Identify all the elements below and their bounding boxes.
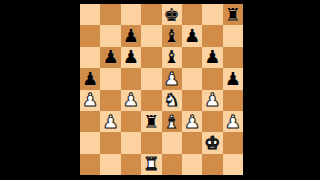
letterbox-right <box>243 0 320 180</box>
square-f8[interactable] <box>182 4 202 25</box>
square-e3[interactable]: ♝ <box>162 111 182 132</box>
square-d8[interactable] <box>141 4 161 25</box>
square-d7[interactable] <box>141 25 161 46</box>
square-e5[interactable]: ♟ <box>162 68 182 89</box>
square-e2[interactable] <box>162 132 182 153</box>
square-c6[interactable]: ♟ <box>121 47 141 68</box>
black-pawn-g6[interactable]: ♟ <box>204 48 220 66</box>
square-f4[interactable] <box>182 90 202 111</box>
square-e8[interactable]: ♚ <box>162 4 182 25</box>
square-d5[interactable] <box>141 68 161 89</box>
square-b7[interactable] <box>100 25 120 46</box>
square-a1[interactable] <box>80 154 100 175</box>
square-c7[interactable]: ♟ <box>121 25 141 46</box>
square-b1[interactable] <box>100 154 120 175</box>
square-c5[interactable] <box>121 68 141 89</box>
square-d6[interactable] <box>141 47 161 68</box>
black-pawn-b6[interactable]: ♟ <box>102 48 118 66</box>
white-pawn-c4[interactable]: ♟ <box>123 91 139 109</box>
square-h7[interactable] <box>223 25 243 46</box>
square-d1[interactable]: ♜ <box>141 154 161 175</box>
white-pawn-h3[interactable]: ♟ <box>225 112 241 130</box>
square-e1[interactable] <box>162 154 182 175</box>
black-pawn-c7[interactable]: ♟ <box>123 27 139 45</box>
black-pawn-c6[interactable]: ♟ <box>123 48 139 66</box>
white-pawn-f3[interactable]: ♟ <box>184 112 200 130</box>
letterbox-left <box>0 0 80 180</box>
square-f3[interactable]: ♟ <box>182 111 202 132</box>
square-e6[interactable]: ♝ <box>162 47 182 68</box>
square-c4[interactable]: ♟ <box>121 90 141 111</box>
white-pawn-a4[interactable]: ♟ <box>82 91 98 109</box>
square-h5[interactable]: ♟ <box>223 68 243 89</box>
square-c3[interactable] <box>121 111 141 132</box>
square-f1[interactable] <box>182 154 202 175</box>
square-a6[interactable] <box>80 47 100 68</box>
square-h8[interactable]: ♜ <box>223 4 243 25</box>
square-c8[interactable] <box>121 4 141 25</box>
square-h4[interactable] <box>223 90 243 111</box>
black-king-e8[interactable]: ♚ <box>164 5 180 23</box>
white-pawn-b3[interactable]: ♟ <box>102 112 118 130</box>
white-king-g2[interactable]: ♚ <box>204 133 220 151</box>
white-pawn-e5[interactable]: ♟ <box>164 69 180 87</box>
square-d2[interactable] <box>141 132 161 153</box>
square-e7[interactable]: ♝ <box>162 25 182 46</box>
square-d3[interactable]: ♜ <box>141 111 161 132</box>
square-d4[interactable] <box>141 90 161 111</box>
square-b3[interactable]: ♟ <box>100 111 120 132</box>
white-knight-e4[interactable]: ♞ <box>164 91 180 109</box>
chess-board: ♚♜♟♝♟♟♟♝♟♟♟♟♟♟♞♟♟♜♝♟♟♚♜ <box>80 4 243 175</box>
square-g7[interactable] <box>202 25 222 46</box>
square-h3[interactable]: ♟ <box>223 111 243 132</box>
square-c2[interactable] <box>121 132 141 153</box>
app-stage: ♚♜♟♝♟♟♟♝♟♟♟♟♟♟♞♟♟♜♝♟♟♚♜ <box>0 0 320 180</box>
square-f5[interactable] <box>182 68 202 89</box>
square-f7[interactable]: ♟ <box>182 25 202 46</box>
square-g5[interactable] <box>202 68 222 89</box>
square-b5[interactable] <box>100 68 120 89</box>
white-rook-d1[interactable]: ♜ <box>143 155 159 173</box>
square-h2[interactable] <box>223 132 243 153</box>
black-rook-d3[interactable]: ♜ <box>143 112 159 130</box>
square-a4[interactable]: ♟ <box>80 90 100 111</box>
square-g2[interactable]: ♚ <box>202 132 222 153</box>
square-a3[interactable] <box>80 111 100 132</box>
square-a7[interactable] <box>80 25 100 46</box>
square-f2[interactable] <box>182 132 202 153</box>
square-a5[interactable]: ♟ <box>80 68 100 89</box>
square-e4[interactable]: ♞ <box>162 90 182 111</box>
black-pawn-a5[interactable]: ♟ <box>82 69 98 87</box>
square-c1[interactable] <box>121 154 141 175</box>
square-b6[interactable]: ♟ <box>100 47 120 68</box>
square-h1[interactable] <box>223 154 243 175</box>
square-h6[interactable] <box>223 47 243 68</box>
white-pawn-g4[interactable]: ♟ <box>204 91 220 109</box>
square-a8[interactable] <box>80 4 100 25</box>
square-a2[interactable] <box>80 132 100 153</box>
square-g1[interactable] <box>202 154 222 175</box>
black-pawn-f7[interactable]: ♟ <box>184 27 200 45</box>
square-g3[interactable] <box>202 111 222 132</box>
square-b2[interactable] <box>100 132 120 153</box>
black-bishop-e6[interactable]: ♝ <box>164 48 180 66</box>
square-g8[interactable] <box>202 4 222 25</box>
black-bishop-e7[interactable]: ♝ <box>164 27 180 45</box>
black-pawn-h5[interactable]: ♟ <box>225 69 241 87</box>
square-b4[interactable] <box>100 90 120 111</box>
square-f6[interactable] <box>182 47 202 68</box>
square-g4[interactable]: ♟ <box>202 90 222 111</box>
black-rook-h8[interactable]: ♜ <box>225 5 241 23</box>
white-bishop-e3[interactable]: ♝ <box>164 112 180 130</box>
square-b8[interactable] <box>100 4 120 25</box>
square-g6[interactable]: ♟ <box>202 47 222 68</box>
